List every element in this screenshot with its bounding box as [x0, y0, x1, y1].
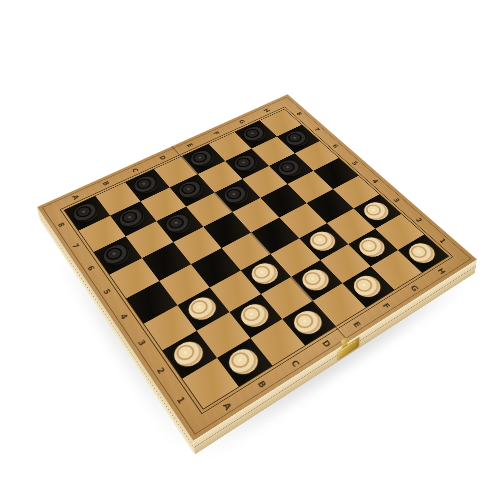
square-B5 [142, 242, 191, 281]
square-C4 [191, 248, 241, 287]
square-B1 [217, 338, 272, 387]
scene: AABBCCDDEEFFGGHH1122334455667788 [0, 0, 500, 500]
square-E3 [271, 238, 321, 276]
square-E2 [291, 260, 342, 301]
square-D3 [241, 254, 291, 294]
square-C3 [210, 270, 261, 312]
square-A4 [126, 281, 177, 324]
square-A1 [182, 358, 238, 409]
square-D2 [261, 277, 313, 319]
square-A6 [94, 236, 142, 274]
square-H1 [398, 234, 448, 272]
square-A2 [163, 331, 218, 379]
square-B3 [177, 287, 229, 330]
checkers-board: AABBCCDDEEFFGGHH1122334455667788 [37, 94, 477, 440]
square-D1 [282, 301, 336, 346]
square-C2 [229, 294, 282, 338]
square-G1 [371, 250, 422, 290]
square-F2 [320, 244, 370, 283]
square-E1 [313, 283, 366, 326]
square-D4 [222, 233, 271, 271]
square-A3 [144, 305, 197, 350]
square-G2 [348, 229, 398, 267]
square-C1 [250, 319, 305, 366]
square-A5 [110, 258, 160, 298]
square-F1 [342, 266, 394, 307]
square-B2 [197, 312, 251, 358]
square-B4 [159, 264, 209, 305]
playing-area [64, 109, 450, 410]
board-top-face: AABBCCDDEEFFGGHH1122334455667788 [37, 94, 477, 440]
